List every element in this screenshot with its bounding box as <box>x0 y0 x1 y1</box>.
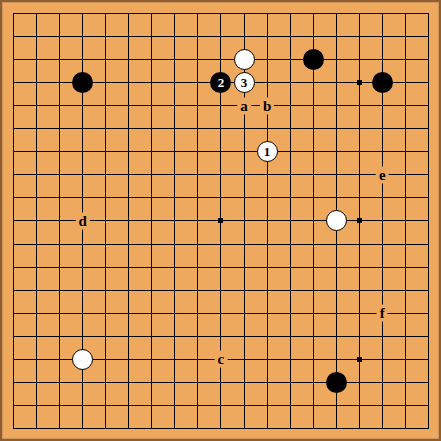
grid-line-vertical <box>405 13 406 429</box>
grid-line-vertical <box>267 13 268 429</box>
white-stone <box>326 210 347 231</box>
star-point <box>218 218 223 223</box>
point-label-c: c <box>215 351 228 368</box>
grid-line-horizontal <box>13 336 429 337</box>
point-label-d: d <box>75 212 89 229</box>
point-label-b: b <box>260 97 274 114</box>
black-stone <box>72 72 93 93</box>
star-point <box>357 218 362 223</box>
black-stone <box>303 49 324 70</box>
go-board: abcdef231 <box>0 0 441 441</box>
grid-line-vertical <box>313 13 314 429</box>
star-point <box>357 80 362 85</box>
move-number-label: 1 <box>264 145 271 158</box>
grid-line-horizontal <box>13 428 429 429</box>
black-stone <box>326 372 347 393</box>
black-stone <box>372 72 393 93</box>
black-stone-move-2: 2 <box>210 72 231 93</box>
grid-line-vertical <box>428 13 429 429</box>
white-stone-move-3: 3 <box>234 72 255 93</box>
point-label-f: f <box>377 305 388 322</box>
grid-line-horizontal <box>13 267 429 268</box>
grid-line-vertical <box>290 13 291 429</box>
move-number-label: 3 <box>241 76 248 89</box>
grid-line-horizontal <box>13 313 429 314</box>
white-stone <box>72 349 93 370</box>
white-stone <box>234 49 255 70</box>
grid-line-horizontal <box>13 290 429 291</box>
move-number-label: 2 <box>218 76 225 89</box>
grid-line-horizontal <box>13 244 429 245</box>
grid-line-horizontal <box>13 405 429 406</box>
star-point <box>357 357 362 362</box>
point-label-e: e <box>376 166 389 183</box>
point-label-a: a <box>237 97 251 114</box>
white-stone-move-1: 1 <box>257 141 278 162</box>
grid-line-horizontal <box>13 382 429 383</box>
